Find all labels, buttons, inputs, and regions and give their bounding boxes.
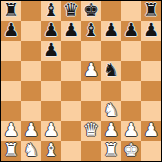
square-f3[interactable]: ♞ bbox=[101, 101, 121, 121]
white-queen-e2[interactable]: ♛ bbox=[83, 121, 99, 139]
square-e4[interactable] bbox=[81, 81, 101, 101]
square-g1[interactable]: ♚ bbox=[121, 141, 141, 161]
white-knight-f3[interactable]: ♞ bbox=[103, 101, 119, 119]
square-g4[interactable] bbox=[121, 81, 141, 101]
square-e2[interactable]: ♛ bbox=[81, 121, 101, 141]
black-pawn-a7[interactable]: ♟ bbox=[3, 21, 19, 39]
square-d2[interactable] bbox=[61, 121, 81, 141]
square-e6[interactable] bbox=[81, 41, 101, 61]
white-bishop-c1[interactable]: ♝ bbox=[43, 141, 59, 159]
square-d5[interactable] bbox=[61, 61, 81, 81]
square-e8[interactable]: ♚ bbox=[81, 1, 101, 21]
square-c4[interactable] bbox=[41, 81, 61, 101]
square-a4[interactable] bbox=[1, 81, 21, 101]
square-c5[interactable] bbox=[41, 61, 61, 81]
black-rook-a8[interactable]: ♜ bbox=[3, 1, 19, 19]
square-a8[interactable]: ♜ bbox=[1, 1, 21, 21]
square-f5[interactable]: ♞ bbox=[101, 61, 121, 81]
square-d8[interactable]: ♛ bbox=[61, 1, 81, 21]
square-b7[interactable] bbox=[21, 21, 41, 41]
square-a6[interactable] bbox=[1, 41, 21, 61]
square-h7[interactable]: ♟ bbox=[141, 21, 161, 41]
square-c7[interactable]: ♟ bbox=[41, 21, 61, 41]
square-f4[interactable] bbox=[101, 81, 121, 101]
square-f1[interactable]: ♜ bbox=[101, 141, 121, 161]
chess-board: ♜♝♛♚♜♟♟♟♝♟♟♟♟♟♞♞♟♟♟♛♟♟♟♜♞♝♜♚ bbox=[0, 0, 162, 162]
black-pawn-f7[interactable]: ♟ bbox=[103, 21, 119, 39]
white-pawn-g2[interactable]: ♟ bbox=[123, 121, 139, 139]
black-rook-h8[interactable]: ♜ bbox=[143, 1, 159, 19]
white-king-g1[interactable]: ♚ bbox=[123, 141, 139, 159]
square-h4[interactable] bbox=[141, 81, 161, 101]
square-c1[interactable]: ♝ bbox=[41, 141, 61, 161]
square-d7[interactable]: ♟ bbox=[61, 21, 81, 41]
board-grid: ♜♝♛♚♜♟♟♟♝♟♟♟♟♟♞♞♟♟♟♛♟♟♟♜♞♝♜♚ bbox=[1, 1, 161, 161]
square-e5[interactable]: ♟ bbox=[81, 61, 101, 81]
square-f2[interactable]: ♟ bbox=[101, 121, 121, 141]
square-g8[interactable] bbox=[121, 1, 141, 21]
square-f7[interactable]: ♟ bbox=[101, 21, 121, 41]
square-e7[interactable]: ♝ bbox=[81, 21, 101, 41]
square-a3[interactable] bbox=[1, 101, 21, 121]
white-pawn-e5[interactable]: ♟ bbox=[83, 61, 99, 79]
square-g7[interactable]: ♟ bbox=[121, 21, 141, 41]
white-pawn-b2[interactable]: ♟ bbox=[23, 121, 39, 139]
square-b6[interactable] bbox=[21, 41, 41, 61]
black-knight-f5[interactable]: ♞ bbox=[103, 61, 119, 79]
square-g6[interactable] bbox=[121, 41, 141, 61]
black-pawn-c6[interactable]: ♟ bbox=[43, 41, 59, 59]
square-d1[interactable] bbox=[61, 141, 81, 161]
square-h6[interactable] bbox=[141, 41, 161, 61]
white-rook-f1[interactable]: ♜ bbox=[103, 141, 119, 159]
square-h3[interactable] bbox=[141, 101, 161, 121]
square-b2[interactable]: ♟ bbox=[21, 121, 41, 141]
square-d4[interactable] bbox=[61, 81, 81, 101]
square-e3[interactable] bbox=[81, 101, 101, 121]
square-c2[interactable]: ♟ bbox=[41, 121, 61, 141]
square-b1[interactable]: ♞ bbox=[21, 141, 41, 161]
square-g5[interactable] bbox=[121, 61, 141, 81]
white-pawn-h2[interactable]: ♟ bbox=[143, 121, 159, 139]
square-d3[interactable] bbox=[61, 101, 81, 121]
white-pawn-c2[interactable]: ♟ bbox=[43, 121, 59, 139]
square-e1[interactable] bbox=[81, 141, 101, 161]
square-h1[interactable] bbox=[141, 141, 161, 161]
square-d6[interactable] bbox=[61, 41, 81, 61]
black-pawn-h7[interactable]: ♟ bbox=[143, 21, 159, 39]
square-c8[interactable]: ♝ bbox=[41, 1, 61, 21]
black-bishop-e7[interactable]: ♝ bbox=[83, 21, 99, 39]
square-a1[interactable]: ♜ bbox=[1, 141, 21, 161]
square-a5[interactable] bbox=[1, 61, 21, 81]
black-pawn-c7[interactable]: ♟ bbox=[43, 21, 59, 39]
square-g2[interactable]: ♟ bbox=[121, 121, 141, 141]
square-h8[interactable]: ♜ bbox=[141, 1, 161, 21]
white-pawn-f2[interactable]: ♟ bbox=[103, 121, 119, 139]
square-f6[interactable] bbox=[101, 41, 121, 61]
square-b8[interactable] bbox=[21, 1, 41, 21]
white-knight-b1[interactable]: ♞ bbox=[23, 141, 39, 159]
square-a7[interactable]: ♟ bbox=[1, 21, 21, 41]
black-queen-d8[interactable]: ♛ bbox=[63, 1, 79, 19]
black-bishop-c8[interactable]: ♝ bbox=[43, 1, 59, 19]
square-c3[interactable] bbox=[41, 101, 61, 121]
black-pawn-d7[interactable]: ♟ bbox=[63, 21, 79, 39]
black-king-e8[interactable]: ♚ bbox=[83, 1, 99, 19]
white-pawn-a2[interactable]: ♟ bbox=[3, 121, 19, 139]
black-pawn-g7[interactable]: ♟ bbox=[123, 21, 139, 39]
square-b3[interactable] bbox=[21, 101, 41, 121]
square-g3[interactable] bbox=[121, 101, 141, 121]
white-rook-a1[interactable]: ♜ bbox=[3, 141, 19, 159]
square-h5[interactable] bbox=[141, 61, 161, 81]
square-b4[interactable] bbox=[21, 81, 41, 101]
square-c6[interactable]: ♟ bbox=[41, 41, 61, 61]
square-f8[interactable] bbox=[101, 1, 121, 21]
square-a2[interactable]: ♟ bbox=[1, 121, 21, 141]
square-b5[interactable] bbox=[21, 61, 41, 81]
square-h2[interactable]: ♟ bbox=[141, 121, 161, 141]
